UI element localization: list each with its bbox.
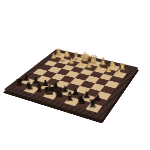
chess-set-photo: ♜♞♝♚♛♝♞♜♟♟♟♟♟♟♟♟♟♟♟♟♟♟♟♟♜♞♝♚♛♝♞♜ <box>0 0 150 150</box>
square-f6 <box>45 78 60 86</box>
board-grid: ♜♞♝♚♛♝♞♜♟♟♟♟♟♟♟♟♟♟♟♟♟♟♟♟♜♞♝♚♛♝♞♜ <box>14 53 130 113</box>
black-pawn: ♟ <box>79 91 95 100</box>
square-f8: ♝ <box>33 88 49 97</box>
square-a2: ♟ <box>113 71 127 78</box>
black-pawn: ♟ <box>19 75 33 83</box>
white-rook: ♜ <box>53 49 65 57</box>
